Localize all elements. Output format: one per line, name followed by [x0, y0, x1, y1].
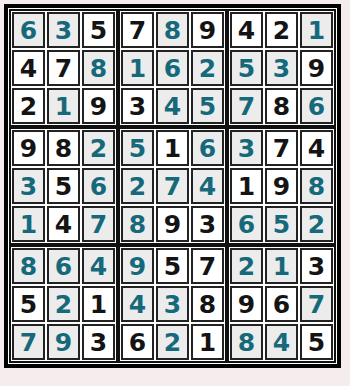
cell-r8c1[interactable]: 5	[12, 286, 45, 322]
cell-r4c8[interactable]: 7	[265, 130, 298, 166]
cell-r9c5[interactable]: 2	[156, 324, 189, 360]
cell-r2c1[interactable]: 4	[12, 50, 45, 86]
cell-r6c1[interactable]: 1	[12, 206, 45, 242]
cell-r7c5[interactable]: 5	[156, 248, 189, 284]
cell-r7c2[interactable]: 6	[47, 248, 80, 284]
cell-r6c9[interactable]: 2	[300, 206, 333, 242]
cell-r3c5[interactable]: 4	[156, 88, 189, 124]
box-5: 5 1 6 2 7 4 8 9 3	[118, 127, 227, 245]
cell-r7c9[interactable]: 3	[300, 248, 333, 284]
cell-r6c3[interactable]: 7	[82, 206, 115, 242]
cell-r9c2[interactable]: 9	[47, 324, 80, 360]
cell-r2c5[interactable]: 6	[156, 50, 189, 86]
box-9: 2 1 3 9 6 7 8 4 5	[227, 245, 336, 363]
cell-r1c9[interactable]: 1	[300, 12, 333, 48]
cell-r3c9[interactable]: 6	[300, 88, 333, 124]
cell-r8c3[interactable]: 1	[82, 286, 115, 322]
box-7: 8 6 4 5 2 1 7 9 3	[9, 245, 118, 363]
cell-r1c7[interactable]: 4	[230, 12, 263, 48]
cell-r3c8[interactable]: 8	[265, 88, 298, 124]
cell-r3c2[interactable]: 1	[47, 88, 80, 124]
cell-r4c6[interactable]: 6	[191, 130, 224, 166]
cell-r2c7[interactable]: 5	[230, 50, 263, 86]
cell-r9c8[interactable]: 4	[265, 324, 298, 360]
cell-r9c4[interactable]: 6	[121, 324, 154, 360]
cell-r4c1[interactable]: 9	[12, 130, 45, 166]
cell-r6c2[interactable]: 4	[47, 206, 80, 242]
cell-r1c4[interactable]: 7	[121, 12, 154, 48]
cell-r1c5[interactable]: 8	[156, 12, 189, 48]
box-1: 6 3 5 4 7 8 2 1 9	[9, 9, 118, 127]
cell-r3c1[interactable]: 2	[12, 88, 45, 124]
cell-r5c3[interactable]: 6	[82, 168, 115, 204]
sudoku-board: 6 3 5 4 7 8 2 1 9 7 8 9 1 6 2 3 4 5 4 2 …	[4, 4, 341, 368]
cell-r3c3[interactable]: 9	[82, 88, 115, 124]
cell-r6c5[interactable]: 9	[156, 206, 189, 242]
cell-r5c5[interactable]: 7	[156, 168, 189, 204]
sudoku-grid: 6 3 5 4 7 8 2 1 9 7 8 9 1 6 2 3 4 5 4 2 …	[9, 9, 336, 363]
cell-r7c6[interactable]: 7	[191, 248, 224, 284]
cell-r2c9[interactable]: 9	[300, 50, 333, 86]
cell-r7c3[interactable]: 4	[82, 248, 115, 284]
cell-r9c6[interactable]: 1	[191, 324, 224, 360]
cell-r3c4[interactable]: 3	[121, 88, 154, 124]
cell-r9c7[interactable]: 8	[230, 324, 263, 360]
cell-r4c3[interactable]: 2	[82, 130, 115, 166]
box-8: 9 5 7 4 3 8 6 2 1	[118, 245, 227, 363]
box-6: 3 7 4 1 9 8 6 5 2	[227, 127, 336, 245]
cell-r9c3[interactable]: 3	[82, 324, 115, 360]
cell-r2c4[interactable]: 1	[121, 50, 154, 86]
cell-r6c7[interactable]: 6	[230, 206, 263, 242]
cell-r7c7[interactable]: 2	[230, 248, 263, 284]
cell-r3c6[interactable]: 5	[191, 88, 224, 124]
cell-r1c6[interactable]: 9	[191, 12, 224, 48]
cell-r6c6[interactable]: 3	[191, 206, 224, 242]
cell-r7c4[interactable]: 9	[121, 248, 154, 284]
box-4: 9 8 2 3 5 6 1 4 7	[9, 127, 118, 245]
box-2: 7 8 9 1 6 2 3 4 5	[118, 9, 227, 127]
cell-r1c3[interactable]: 5	[82, 12, 115, 48]
cell-r5c4[interactable]: 2	[121, 168, 154, 204]
cell-r2c8[interactable]: 3	[265, 50, 298, 86]
cell-r4c5[interactable]: 1	[156, 130, 189, 166]
cell-r4c7[interactable]: 3	[230, 130, 263, 166]
cell-r4c4[interactable]: 5	[121, 130, 154, 166]
cell-r8c9[interactable]: 7	[300, 286, 333, 322]
cell-r8c2[interactable]: 2	[47, 286, 80, 322]
cell-r1c1[interactable]: 6	[12, 12, 45, 48]
cell-r2c6[interactable]: 2	[191, 50, 224, 86]
cell-r1c2[interactable]: 3	[47, 12, 80, 48]
cell-r8c5[interactable]: 3	[156, 286, 189, 322]
cell-r9c9[interactable]: 5	[300, 324, 333, 360]
cell-r2c2[interactable]: 7	[47, 50, 80, 86]
cell-r1c8[interactable]: 2	[265, 12, 298, 48]
cell-r3c7[interactable]: 7	[230, 88, 263, 124]
cell-r2c3[interactable]: 8	[82, 50, 115, 86]
cell-r8c7[interactable]: 9	[230, 286, 263, 322]
cell-r5c2[interactable]: 5	[47, 168, 80, 204]
cell-r7c8[interactable]: 1	[265, 248, 298, 284]
cell-r5c7[interactable]: 1	[230, 168, 263, 204]
box-3: 4 2 1 5 3 9 7 8 6	[227, 9, 336, 127]
cell-r5c6[interactable]: 4	[191, 168, 224, 204]
cell-r4c2[interactable]: 8	[47, 130, 80, 166]
cell-r4c9[interactable]: 4	[300, 130, 333, 166]
cell-r5c8[interactable]: 9	[265, 168, 298, 204]
cell-r5c1[interactable]: 3	[12, 168, 45, 204]
cell-r8c8[interactable]: 6	[265, 286, 298, 322]
cell-r6c4[interactable]: 8	[121, 206, 154, 242]
cell-r7c1[interactable]: 8	[12, 248, 45, 284]
cell-r8c4[interactable]: 4	[121, 286, 154, 322]
cell-r9c1[interactable]: 7	[12, 324, 45, 360]
cell-r8c6[interactable]: 8	[191, 286, 224, 322]
cell-r5c9[interactable]: 8	[300, 168, 333, 204]
cell-r6c8[interactable]: 5	[265, 206, 298, 242]
